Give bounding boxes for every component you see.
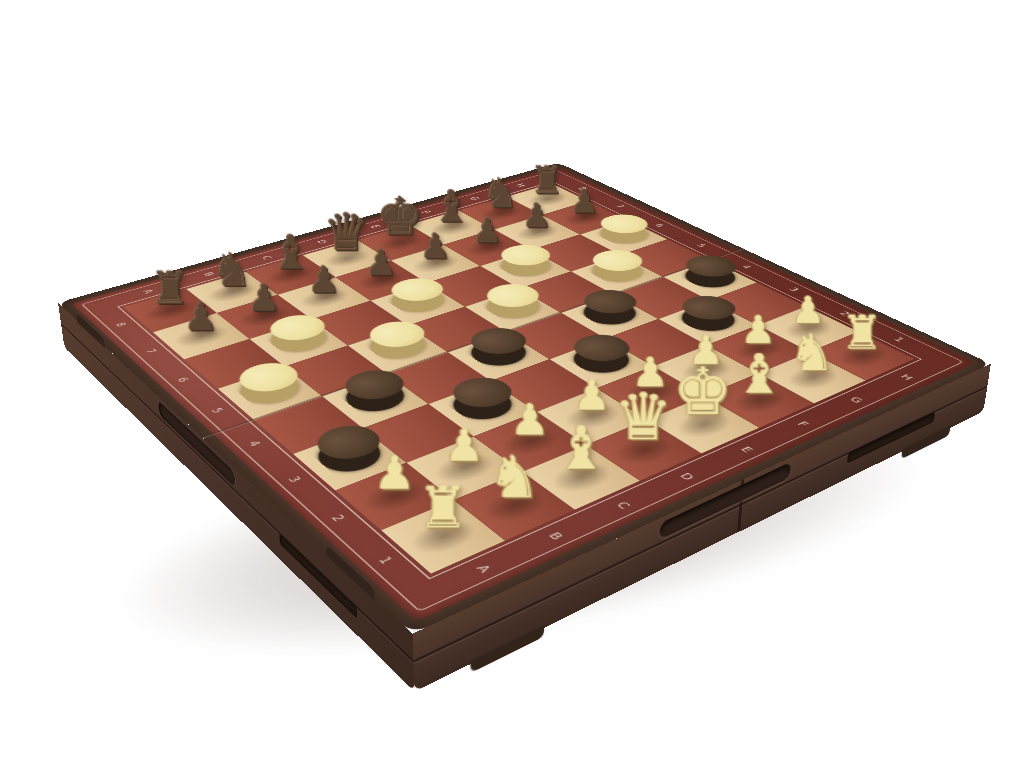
case-foot: [470, 625, 544, 673]
checker-light-c5[interactable]: [348, 326, 448, 374]
case-top-surface: ♜♞♝♛♚♝♞♜♟♟♟♟♟♟♟♟♟♟♟♟♟♟♟♟♜♞♝♛♚♝♞♜ AABBCCD…: [58, 163, 991, 634]
folding-chessboard: ♜♞♝♛♚♝♞♜♟♟♟♟♟♟♟♟♟♟♟♟♟♟♟♟♜♞♝♛♚♝♞♜ AABBCCD…: [58, 163, 991, 634]
white-rook-glyph: ♜: [376, 481, 510, 535]
checker-dark-f4[interactable]: [561, 294, 659, 338]
product-photo-stage: ♜♞♝♛♚♝♞♜♟♟♟♟♟♟♟♟♟♟♟♟♟♟♟♟♜♞♝♛♚♝♞♜ AABBCCD…: [0, 0, 1024, 768]
black-pawn-glyph: ♟: [148, 300, 254, 336]
checker-light-g5[interactable]: [571, 255, 663, 294]
perspective-scene: ♜♞♝♛♚♝♞♜♟♟♟♟♟♟♟♟♟♟♟♟♟♟♟♟♜♞♝♛♚♝♞♜ AABBCCD…: [0, 0, 1024, 768]
case-foot: [901, 425, 951, 459]
